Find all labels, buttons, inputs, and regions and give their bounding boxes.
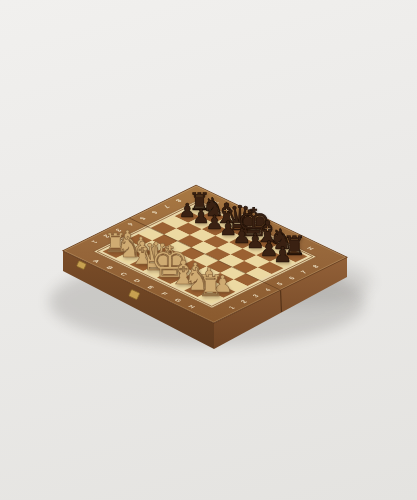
piece-black-king: ♚ [236,203,271,242]
piece-white-pawn: ♟ [145,241,164,262]
piece-white-king: ♚ [150,240,189,284]
piece-white-bishop: ♝ [129,238,157,269]
piece-black-rook: ♜ [283,233,307,259]
piece-black-knight: ♞ [201,195,224,221]
piece-white-knight: ♞ [183,264,211,295]
piece-black-pawn: ♟ [206,213,224,233]
piece-black-pawn: ♟ [260,237,279,258]
piece-white-pawn: ♟ [158,247,177,269]
piece-white-bishop: ♝ [169,256,199,289]
piece-black-pawn: ♟ [219,219,237,239]
piece-black-pawn: ♟ [273,244,292,266]
piece-white-pawn: ♟ [172,253,192,275]
piece-white-pawn: ♟ [185,259,205,281]
photo-stage: AABBCCDDEEFFGGHH1122334455667788 ♜♟♞♟♝♟♛… [0,0,417,500]
piece-white-rook: ♜ [104,229,127,255]
chess-pieces-layer: ♜♟♞♟♝♟♛♟♚♟♝♟♟♞♜♟♟♜♞♟♟♝♟♛♟♚♟♝♟♞♟♜ [0,0,417,500]
piece-black-knight: ♞ [268,226,293,254]
piece-black-pawn: ♟ [192,207,209,226]
piece-black-bishop: ♝ [254,218,280,248]
piece-black-pawn: ♟ [246,231,265,252]
piece-white-knight: ♞ [116,234,142,263]
piece-white-pawn: ♟ [199,265,220,288]
piece-white-pawn: ♟ [132,235,151,256]
piece-black-bishop: ♝ [214,200,239,228]
piece-black-pawn: ♟ [233,225,251,245]
piece-white-pawn: ♟ [118,228,136,249]
piece-black-pawn: ♟ [179,200,196,219]
piece-black-rook: ♜ [189,190,210,214]
piece-white-queen: ♛ [139,238,174,277]
piece-white-rook: ♜ [197,272,223,302]
piece-black-queen: ♛ [225,201,256,235]
piece-white-pawn: ♟ [212,272,233,295]
